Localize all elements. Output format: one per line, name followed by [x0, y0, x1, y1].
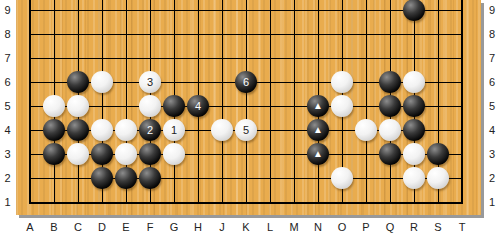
white-stone-F5[interactable] — [139, 95, 161, 117]
row-label-right-4: 4 — [484, 123, 500, 137]
column-label-T: T — [450, 220, 474, 234]
move-number-label: 4 — [195, 95, 201, 117]
white-stone-D6[interactable] — [91, 71, 113, 93]
grid-hline-1 — [30, 202, 463, 204]
white-stone-E3[interactable] — [115, 143, 137, 165]
column-label-R: R — [402, 220, 426, 234]
black-stone-K6[interactable]: 6 — [235, 71, 257, 93]
row-label-right-2: 2 — [484, 171, 500, 185]
triangle-mark-icon: ▲ — [313, 95, 323, 117]
white-stone-O6[interactable] — [331, 71, 353, 93]
row-label-right-5: 5 — [484, 99, 500, 113]
grid-vline-K — [246, 0, 247, 204]
white-stone-K4[interactable]: 5 — [235, 119, 257, 141]
row-label-left-9: 9 — [0, 3, 15, 17]
black-stone-Q5[interactable] — [379, 95, 401, 117]
black-stone-E2[interactable] — [115, 167, 137, 189]
grid-vline-L — [270, 0, 271, 204]
column-label-K: K — [234, 220, 258, 234]
row-label-left-5: 5 — [0, 99, 15, 113]
white-stone-C5[interactable] — [67, 95, 89, 117]
column-label-Q: Q — [378, 220, 402, 234]
row-label-right-9: 9 — [484, 3, 500, 17]
grid-vline-A — [29, 0, 31, 204]
black-stone-C4[interactable] — [67, 119, 89, 141]
row-label-right-8: 8 — [484, 27, 500, 41]
move-number-label: 5 — [243, 119, 249, 141]
column-label-S: S — [426, 220, 450, 234]
white-stone-O2[interactable] — [331, 167, 353, 189]
row-label-left-3: 3 — [0, 147, 15, 161]
column-label-H: H — [186, 220, 210, 234]
black-stone-N5[interactable]: ▲ — [307, 95, 329, 117]
move-number-label: 6 — [243, 71, 249, 93]
white-stone-R6[interactable] — [403, 71, 425, 93]
black-stone-N4[interactable]: ▲ — [307, 119, 329, 141]
black-stone-F3[interactable] — [139, 143, 161, 165]
grid-vline-T — [461, 0, 463, 204]
column-label-J: J — [210, 220, 234, 234]
column-label-L: L — [258, 220, 282, 234]
white-stone-F6[interactable]: 3 — [139, 71, 161, 93]
black-stone-N3[interactable]: ▲ — [307, 143, 329, 165]
row-label-right-1: 1 — [484, 195, 500, 209]
white-stone-E4[interactable] — [115, 119, 137, 141]
black-stone-D3[interactable] — [91, 143, 113, 165]
column-label-P: P — [354, 220, 378, 234]
column-label-F: F — [138, 220, 162, 234]
black-stone-B4[interactable] — [43, 119, 65, 141]
white-stone-P4[interactable] — [355, 119, 377, 141]
column-label-O: O — [330, 220, 354, 234]
black-stone-G5[interactable] — [163, 95, 185, 117]
column-label-E: E — [114, 220, 138, 234]
grid-hline-8 — [30, 34, 463, 35]
white-stone-B5[interactable] — [43, 95, 65, 117]
white-stone-G3[interactable] — [163, 143, 185, 165]
move-number-label: 3 — [147, 71, 153, 93]
white-stone-S2[interactable] — [427, 167, 449, 189]
black-stone-R4[interactable] — [403, 119, 425, 141]
go-diagram-screen: 426▲▲▲315 987654321 987654321 ABCDEFGHJK… — [0, 0, 500, 236]
white-stone-R3[interactable] — [403, 143, 425, 165]
black-stone-R5[interactable] — [403, 95, 425, 117]
row-label-left-1: 1 — [0, 195, 15, 209]
black-stone-Q6[interactable] — [379, 71, 401, 93]
row-label-left-2: 2 — [0, 171, 15, 185]
grid-hline-7 — [30, 58, 463, 59]
column-label-D: D — [90, 220, 114, 234]
black-stone-D2[interactable] — [91, 167, 113, 189]
black-stone-R9[interactable] — [403, 0, 425, 21]
triangle-mark-icon: ▲ — [313, 143, 323, 165]
black-stone-C6[interactable] — [67, 71, 89, 93]
column-label-N: N — [306, 220, 330, 234]
white-stone-G4[interactable]: 1 — [163, 119, 185, 141]
move-number-label: 1 — [171, 119, 177, 141]
row-label-left-4: 4 — [0, 123, 15, 137]
row-label-left-6: 6 — [0, 75, 15, 89]
row-label-right-3: 3 — [484, 147, 500, 161]
black-stone-S3[interactable] — [427, 143, 449, 165]
black-stone-H5[interactable]: 4 — [187, 95, 209, 117]
row-label-left-7: 7 — [0, 51, 15, 65]
white-stone-J4[interactable] — [211, 119, 233, 141]
black-stone-Q3[interactable] — [379, 143, 401, 165]
triangle-mark-icon: ▲ — [313, 119, 323, 141]
white-stone-O5[interactable] — [331, 95, 353, 117]
column-label-C: C — [66, 220, 90, 234]
column-label-M: M — [282, 220, 306, 234]
move-number-label: 2 — [147, 119, 153, 141]
go-board[interactable]: 426▲▲▲315 — [16, 0, 481, 215]
row-label-right-7: 7 — [484, 51, 500, 65]
white-stone-D4[interactable] — [91, 119, 113, 141]
black-stone-F4[interactable]: 2 — [139, 119, 161, 141]
column-label-B: B — [42, 220, 66, 234]
white-stone-Q4[interactable] — [379, 119, 401, 141]
grid-vline-J — [222, 0, 223, 204]
grid-vline-M — [294, 0, 295, 204]
white-stone-R2[interactable] — [403, 167, 425, 189]
column-label-A: A — [18, 220, 42, 234]
grid-hline-9 — [30, 10, 463, 11]
black-stone-F2[interactable] — [139, 167, 161, 189]
row-label-right-6: 6 — [484, 75, 500, 89]
black-stone-B3[interactable] — [43, 143, 65, 165]
row-label-left-8: 8 — [0, 27, 15, 41]
white-stone-C3[interactable] — [67, 143, 89, 165]
grid-vline-P — [366, 0, 367, 204]
column-label-G: G — [162, 220, 186, 234]
